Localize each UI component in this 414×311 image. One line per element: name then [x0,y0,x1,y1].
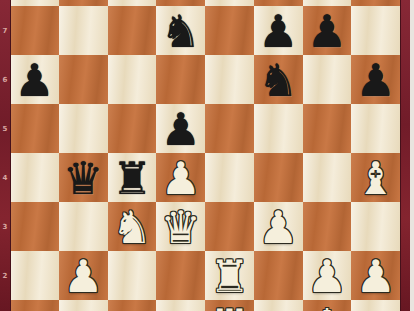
square-g1[interactable]: ♚ [303,300,352,311]
black-knight-d7[interactable]: ♞ [160,7,200,56]
square-e6[interactable] [205,55,254,104]
square-g4[interactable] [303,153,352,202]
black-pawn-f7[interactable]: ♟ [258,7,298,56]
rank-label-7: 7 [0,6,10,55]
square-c2[interactable] [108,251,157,300]
square-f4[interactable] [254,153,303,202]
square-a6[interactable]: ♟ [10,55,59,104]
black-queen-b4[interactable]: ♛ [63,154,103,203]
white-pawn-b2[interactable]: ♟ [63,252,103,301]
square-e1[interactable]: ♜ [205,300,254,311]
square-a1[interactable] [10,300,59,311]
black-rook-c4[interactable]: ♜ [112,154,152,203]
square-b4[interactable]: ♛ [59,153,108,202]
black-knight-f6[interactable]: ♞ [258,56,298,105]
square-a4[interactable] [10,153,59,202]
square-e5[interactable] [205,104,254,153]
square-h5[interactable] [351,104,400,153]
square-d6[interactable] [156,55,205,104]
square-c5[interactable] [108,104,157,153]
square-g5[interactable] [303,104,352,153]
square-b3[interactable] [59,202,108,251]
square-e7[interactable] [205,6,254,55]
square-f2[interactable] [254,251,303,300]
square-f6[interactable]: ♞ [254,55,303,104]
square-e4[interactable] [205,153,254,202]
rank-label-2: 2 [0,251,10,300]
square-d4[interactable]: ♟ [156,153,205,202]
square-f3[interactable]: ♟ [254,202,303,251]
square-c3[interactable]: ♞ [108,202,157,251]
chess-diagram: ♚♞♟♟♟♞♟♟♛♜♟♝♞♛♟♟♜♟♟♜♚ 765432 [0,0,414,311]
rank-label-3: 3 [0,202,10,251]
square-f7[interactable]: ♟ [254,6,303,55]
square-b6[interactable] [59,55,108,104]
page-edge [410,0,414,311]
square-a7[interactable] [10,6,59,55]
square-a3[interactable] [10,202,59,251]
white-queen-d3[interactable]: ♛ [160,203,200,252]
square-g3[interactable] [303,202,352,251]
square-a5[interactable] [10,104,59,153]
square-a2[interactable] [10,251,59,300]
square-f1[interactable] [254,300,303,311]
square-f5[interactable] [254,104,303,153]
square-b7[interactable] [59,6,108,55]
square-h2[interactable]: ♟ [351,251,400,300]
square-b5[interactable] [59,104,108,153]
square-g6[interactable] [303,55,352,104]
white-pawn-g2[interactable]: ♟ [307,252,347,301]
square-h4[interactable]: ♝ [351,153,400,202]
white-pawn-f3[interactable]: ♟ [258,203,298,252]
white-pawn-h2[interactable]: ♟ [355,252,395,301]
chess-board[interactable]: ♚♞♟♟♟♞♟♟♛♜♟♝♞♛♟♟♜♟♟♜♚ [10,0,400,311]
white-bishop-h4[interactable]: ♝ [355,154,395,203]
square-d7[interactable]: ♞ [156,6,205,55]
square-c1[interactable] [108,300,157,311]
black-pawn-a6[interactable]: ♟ [14,56,54,105]
black-pawn-h6[interactable]: ♟ [355,56,395,105]
square-h1[interactable] [351,300,400,311]
square-h3[interactable] [351,202,400,251]
rank-label-6: 6 [0,55,10,104]
square-e3[interactable] [205,202,254,251]
white-rook-e1[interactable]: ♜ [209,301,249,311]
white-knight-c3[interactable]: ♞ [112,203,152,252]
black-pawn-d5[interactable]: ♟ [160,105,200,154]
black-pawn-g7[interactable]: ♟ [307,7,347,56]
white-pawn-d4[interactable]: ♟ [160,154,200,203]
square-c7[interactable] [108,6,157,55]
square-b2[interactable]: ♟ [59,251,108,300]
square-d1[interactable] [156,300,205,311]
square-c4[interactable]: ♜ [108,153,157,202]
square-c6[interactable] [108,55,157,104]
square-e2[interactable]: ♜ [205,251,254,300]
board-viewport: ♚♞♟♟♟♞♟♟♛♜♟♝♞♛♟♟♜♟♟♜♚ [0,0,414,311]
square-b1[interactable] [59,300,108,311]
square-g2[interactable]: ♟ [303,251,352,300]
white-king-g1[interactable]: ♚ [307,301,347,311]
square-d3[interactable]: ♛ [156,202,205,251]
square-g7[interactable]: ♟ [303,6,352,55]
white-rook-e2[interactable]: ♜ [209,252,249,301]
square-d5[interactable]: ♟ [156,104,205,153]
square-d2[interactable] [156,251,205,300]
square-h6[interactable]: ♟ [351,55,400,104]
square-h7[interactable] [351,6,400,55]
rank-label-5: 5 [0,104,10,153]
rank-label-4: 4 [0,153,10,202]
